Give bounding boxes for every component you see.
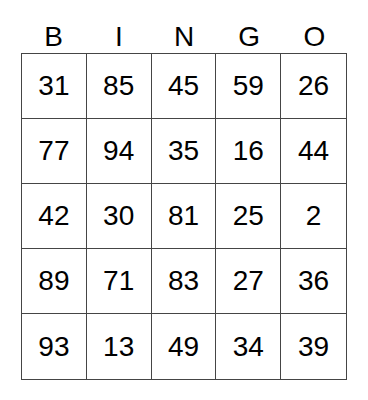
cell-r2-c1[interactable]: 77: [22, 119, 87, 184]
cell-r5-c5[interactable]: 39: [281, 314, 346, 379]
cell-r1-c3[interactable]: 45: [152, 54, 217, 119]
column-letter-i: I: [86, 23, 151, 51]
cell-r5-c1[interactable]: 93: [22, 314, 87, 379]
bingo-grid: 31 85 45 59 26 77 94 35 16 44 42 30 81 2…: [21, 53, 347, 380]
cell-r3-c4[interactable]: 25: [216, 184, 281, 249]
cell-r2-c2[interactable]: 94: [87, 119, 152, 184]
cell-r4-c1[interactable]: 89: [22, 249, 87, 314]
cell-r4-c5[interactable]: 36: [281, 249, 346, 314]
cell-r3-c3[interactable]: 81: [152, 184, 217, 249]
bingo-header: B I N G O: [21, 20, 347, 53]
cell-r3-c5[interactable]: 2: [281, 184, 346, 249]
column-letter-b: B: [21, 23, 86, 51]
bingo-card: B I N G O 31 85 45 59 26 77 94 35 16 44 …: [0, 0, 368, 400]
column-letter-o: O: [282, 23, 347, 51]
cell-r2-c5[interactable]: 44: [281, 119, 346, 184]
cell-r1-c5[interactable]: 26: [281, 54, 346, 119]
cell-r4-c4[interactable]: 27: [216, 249, 281, 314]
cell-r3-c1[interactable]: 42: [22, 184, 87, 249]
cell-r5-c3[interactable]: 49: [152, 314, 217, 379]
cell-r2-c4[interactable]: 16: [216, 119, 281, 184]
column-letter-n: N: [151, 23, 216, 51]
cell-r2-c3[interactable]: 35: [152, 119, 217, 184]
column-letter-g: G: [217, 23, 282, 51]
cell-r3-c2[interactable]: 30: [87, 184, 152, 249]
cell-r4-c2[interactable]: 71: [87, 249, 152, 314]
cell-r1-c4[interactable]: 59: [216, 54, 281, 119]
cell-r5-c2[interactable]: 13: [87, 314, 152, 379]
cell-r4-c3[interactable]: 83: [152, 249, 217, 314]
cell-r1-c2[interactable]: 85: [87, 54, 152, 119]
cell-r5-c4[interactable]: 34: [216, 314, 281, 379]
cell-r1-c1[interactable]: 31: [22, 54, 87, 119]
